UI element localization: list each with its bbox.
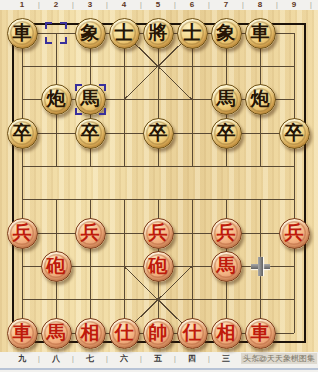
- piece-black-horse[interactable]: 馬: [75, 84, 106, 115]
- tick-mark: |: [140, 0, 142, 10]
- piece-glyph: 卒: [13, 123, 32, 142]
- piece-glyph: 馬: [81, 89, 100, 108]
- piece-glyph: 相: [217, 323, 236, 342]
- piece-glyph: 馬: [217, 89, 236, 108]
- piece-red-cannon[interactable]: 砲: [143, 251, 174, 282]
- piece-glyph: 象: [81, 23, 100, 42]
- piece-black-cannon[interactable]: 炮: [245, 84, 276, 115]
- piece-glyph: 炮: [47, 89, 66, 108]
- piece-black-advisor[interactable]: 士: [109, 18, 140, 49]
- tick-mark: |: [72, 354, 74, 364]
- piece-black-horse[interactable]: 馬: [211, 84, 242, 115]
- piece-glyph: 象: [217, 23, 236, 42]
- piece-glyph: 砲: [47, 256, 66, 275]
- bottom-edge-line: [0, 368, 318, 370]
- piece-glyph: 兵: [217, 223, 236, 242]
- file-label-bottom-4: 六: [120, 354, 128, 364]
- piece-black-elephant[interactable]: 象: [75, 18, 106, 49]
- piece-black-chariot[interactable]: 車: [245, 18, 276, 49]
- piece-glyph: 馬: [47, 323, 66, 342]
- piece-black-soldier[interactable]: 卒: [7, 118, 38, 149]
- piece-red-soldier[interactable]: 兵: [279, 218, 310, 249]
- xiangqi-app: 1|2|3|4|5|6|7|8|9| 車象士將士象車炮馬馬炮卒卒卒卒卒兵兵兵兵兵…: [0, 0, 318, 372]
- piece-glyph: 相: [81, 323, 100, 342]
- piece-glyph: 士: [183, 23, 202, 42]
- piece-red-chariot[interactable]: 車: [245, 318, 276, 349]
- file-label-top-7: 7: [224, 0, 228, 10]
- file-label-top-3: 3: [88, 0, 92, 10]
- tick-mark: |: [174, 354, 176, 364]
- tick-mark: |: [208, 354, 210, 364]
- piece-glyph: 炮: [251, 89, 270, 108]
- piece-glyph: 卒: [81, 123, 100, 142]
- piece-red-advisor[interactable]: 仕: [177, 318, 208, 349]
- file-label-bottom-1: 九: [18, 354, 26, 364]
- tick-mark: |: [276, 0, 278, 10]
- tick-mark: |: [38, 0, 40, 10]
- board-grid: [0, 0, 318, 372]
- piece-glyph: 將: [149, 23, 168, 42]
- piece-glyph: 車: [13, 23, 32, 42]
- piece-red-advisor[interactable]: 仕: [109, 318, 140, 349]
- file-label-top-5: 5: [156, 0, 160, 10]
- piece-black-general[interactable]: 將: [143, 18, 174, 49]
- piece-glyph: 仕: [115, 323, 134, 342]
- file-label-bottom-6: 四: [188, 354, 196, 364]
- file-label-top-1: 1: [20, 0, 24, 10]
- file-label-top-4: 4: [122, 0, 126, 10]
- tick-mark: |: [72, 0, 74, 10]
- piece-glyph: 車: [251, 23, 270, 42]
- file-label-bottom-2: 八: [52, 354, 60, 364]
- piece-black-soldier[interactable]: 卒: [75, 118, 106, 149]
- file-label-top-9: 9: [292, 0, 296, 10]
- piece-black-elephant[interactable]: 象: [211, 18, 242, 49]
- piece-glyph: 兵: [81, 223, 100, 242]
- piece-red-chariot[interactable]: 車: [7, 318, 38, 349]
- piece-red-general[interactable]: 帥: [143, 318, 174, 349]
- piece-black-soldier[interactable]: 卒: [279, 118, 310, 149]
- piece-glyph: 兵: [149, 223, 168, 242]
- cursor-crosshair-icon: [251, 257, 270, 276]
- piece-black-soldier[interactable]: 卒: [143, 118, 174, 149]
- file-label-bottom-3: 七: [86, 354, 94, 364]
- tick-mark: |: [310, 0, 312, 10]
- file-label-bottom-7: 三: [222, 354, 230, 364]
- piece-red-cannon[interactable]: 砲: [41, 251, 72, 282]
- piece-glyph: 帥: [149, 323, 168, 342]
- tick-mark: |: [174, 0, 176, 10]
- piece-glyph: 卒: [285, 123, 304, 142]
- tick-mark: |: [242, 0, 244, 10]
- piece-black-advisor[interactable]: 士: [177, 18, 208, 49]
- piece-glyph: 兵: [13, 223, 32, 242]
- piece-glyph: 馬: [217, 256, 236, 275]
- piece-glyph: 砲: [149, 256, 168, 275]
- file-label-top-2: 2: [54, 0, 58, 10]
- piece-red-soldier[interactable]: 兵: [211, 218, 242, 249]
- file-label-top-8: 8: [258, 0, 262, 10]
- piece-black-soldier[interactable]: 卒: [211, 118, 242, 149]
- piece-red-soldier[interactable]: 兵: [7, 218, 38, 249]
- piece-glyph: 卒: [217, 123, 236, 142]
- piece-red-horse[interactable]: 馬: [211, 251, 242, 282]
- file-label-top-6: 6: [190, 0, 194, 10]
- piece-red-soldier[interactable]: 兵: [143, 218, 174, 249]
- watermark: 头条@天天象棋图集: [241, 353, 317, 364]
- piece-glyph: 車: [13, 323, 32, 342]
- piece-glyph: 仕: [183, 323, 202, 342]
- piece-red-soldier[interactable]: 兵: [75, 218, 106, 249]
- piece-glyph: 卒: [149, 123, 168, 142]
- file-label-bottom-5: 五: [154, 354, 162, 364]
- piece-red-elephant[interactable]: 相: [211, 318, 242, 349]
- piece-red-horse[interactable]: 馬: [41, 318, 72, 349]
- piece-black-chariot[interactable]: 車: [7, 18, 38, 49]
- piece-glyph: 兵: [285, 223, 304, 242]
- tick-mark: |: [140, 354, 142, 364]
- piece-black-cannon[interactable]: 炮: [41, 84, 72, 115]
- piece-glyph: 士: [115, 23, 134, 42]
- piece-glyph: 車: [251, 323, 270, 342]
- tick-mark: |: [38, 354, 40, 364]
- tick-mark: |: [106, 0, 108, 10]
- tick-mark: |: [208, 0, 210, 10]
- piece-red-elephant[interactable]: 相: [75, 318, 106, 349]
- tick-mark: |: [106, 354, 108, 364]
